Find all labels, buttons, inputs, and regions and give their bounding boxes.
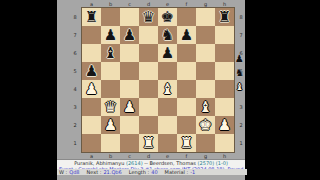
file-label-c: c: [120, 0, 139, 8]
square-b8[interactable]: [101, 8, 120, 26]
black-queen-d8[interactable]: ♛: [142, 8, 155, 26]
bottom-strip: [57, 175, 245, 180]
square-e4[interactable]: ♝: [158, 80, 177, 98]
rank-label-6: 6: [70, 44, 80, 62]
rank-label-4: 4: [70, 80, 80, 98]
white-rating: (2614): [126, 161, 143, 166]
square-b7[interactable]: ♟: [101, 26, 120, 44]
square-d5[interactable]: [139, 62, 158, 80]
square-e2[interactable]: [158, 116, 177, 134]
square-b6[interactable]: ♝: [101, 44, 120, 62]
square-e7[interactable]: ♞: [158, 26, 177, 44]
square-e5[interactable]: [158, 62, 177, 80]
rank-label-3: 3: [236, 98, 246, 116]
square-a7[interactable]: [82, 26, 101, 44]
square-e6[interactable]: ♟: [158, 44, 177, 62]
rank-label-3: 3: [70, 98, 80, 116]
square-g4[interactable]: [196, 80, 215, 98]
white-bishop-g3[interactable]: ♝: [199, 98, 212, 116]
square-b5[interactable]: [101, 62, 120, 80]
square-a4[interactable]: ♟: [82, 80, 101, 98]
square-g7[interactable]: [196, 26, 215, 44]
file-labels-top: abcdefgh: [82, 0, 234, 8]
rank-label-2: 2: [236, 116, 246, 134]
black-pawn-e6[interactable]: ♟: [161, 44, 174, 62]
file-label-h: h: [215, 0, 234, 8]
file-label-b: b: [101, 0, 120, 8]
white-bishop-icon: ♝: [235, 80, 244, 93]
black-pawn-f7[interactable]: ♟: [180, 26, 193, 44]
square-c5[interactable]: [120, 62, 139, 80]
white-king-g2[interactable]: ♚: [199, 116, 212, 134]
square-h8[interactable]: ♜: [215, 8, 234, 26]
square-h5[interactable]: [215, 62, 234, 80]
square-f7[interactable]: ♟: [177, 26, 196, 44]
square-f2[interactable]: [177, 116, 196, 134]
square-e1[interactable]: [158, 134, 177, 152]
file-label-a: a: [82, 0, 101, 8]
square-d2[interactable]: [139, 116, 158, 134]
square-g1[interactable]: [196, 134, 215, 152]
square-c3[interactable]: ♟: [120, 98, 139, 116]
square-f1[interactable]: ♜: [177, 134, 196, 152]
square-f3[interactable]: [177, 98, 196, 116]
square-b1[interactable]: [101, 134, 120, 152]
black-player-name: Beerdsen, Thomas: [149, 161, 196, 166]
rank-label-8: 8: [236, 8, 246, 26]
square-c7[interactable]: ♟: [120, 26, 139, 44]
white-pawn-h2[interactable]: ♟: [218, 116, 231, 134]
square-a3[interactable]: [82, 98, 101, 116]
white-bishop-e4[interactable]: ♝: [161, 80, 174, 98]
square-c6[interactable]: [120, 44, 139, 62]
rank-label-7: 7: [70, 26, 80, 44]
black-knight-e7[interactable]: ♞: [161, 26, 174, 44]
material-tray: ♟♞♝: [234, 52, 245, 93]
square-d1[interactable]: ♜: [139, 134, 158, 152]
square-f4[interactable]: [177, 80, 196, 98]
square-a8[interactable]: ♜: [82, 8, 101, 26]
square-b2[interactable]: ♟: [101, 116, 120, 134]
rank-label-2: 2: [70, 116, 80, 134]
rank-label-1: 1: [70, 134, 80, 152]
square-c1[interactable]: [120, 134, 139, 152]
black-knight-icon: ♞: [235, 66, 244, 79]
file-labels-bottom: abcdefgh: [82, 152, 234, 159]
square-d7[interactable]: [139, 26, 158, 44]
square-d6[interactable]: [139, 44, 158, 62]
black-king-e8[interactable]: ♚: [161, 8, 174, 26]
board-panel: abcdefgh abcdefgh 87654321 87654321 ♜♛♚♜…: [57, 0, 245, 180]
square-f8[interactable]: [177, 8, 196, 26]
square-c8[interactable]: [120, 8, 139, 26]
square-f5[interactable]: [177, 62, 196, 80]
rank-label-1: 1: [236, 134, 246, 152]
black-rook-a8[interactable]: ♜: [85, 8, 98, 26]
square-d3[interactable]: [139, 98, 158, 116]
file-label-e: e: [158, 0, 177, 8]
square-f6[interactable]: [177, 44, 196, 62]
square-a1[interactable]: [82, 134, 101, 152]
game-result: (1-0): [216, 161, 228, 166]
square-g2[interactable]: ♚: [196, 116, 215, 134]
file-label-d: d: [139, 0, 158, 8]
square-h2[interactable]: ♟: [215, 116, 234, 134]
square-d4[interactable]: [139, 80, 158, 98]
black-pawn-b7[interactable]: ♟: [104, 26, 117, 44]
square-e3[interactable]: [158, 98, 177, 116]
players-line: Puranik, Abhimanyu (2614) -- Beerdsen, T…: [57, 161, 245, 166]
square-e8[interactable]: ♚: [158, 8, 177, 26]
square-b4[interactable]: [101, 80, 120, 98]
square-d8[interactable]: ♛: [139, 8, 158, 26]
square-c2[interactable]: [120, 116, 139, 134]
black-bishop-b6[interactable]: ♝: [104, 44, 117, 62]
rank-label-7: 7: [236, 26, 246, 44]
file-label-g: g: [196, 0, 215, 8]
black-pawn-icon: ♟: [235, 52, 244, 65]
rank-label-5: 5: [70, 62, 80, 80]
square-g5[interactable]: [196, 62, 215, 80]
square-g3[interactable]: ♝: [196, 98, 215, 116]
chess-board: ♜♛♚♜♟♟♞♟♝♟♟♟♝♛♟♝♟♚♟♜♜: [82, 8, 234, 152]
square-g6[interactable]: [196, 44, 215, 62]
players-separator: --: [144, 161, 148, 166]
square-h1[interactable]: [215, 134, 234, 152]
white-queen-b3[interactable]: ♛: [104, 98, 117, 116]
white-rook-d1[interactable]: ♜: [142, 134, 155, 152]
white-player-name: Puranik, Abhimanyu: [74, 161, 124, 166]
black-rook-h8[interactable]: ♜: [218, 8, 231, 26]
square-h6[interactable]: [215, 44, 234, 62]
square-a6[interactable]: [82, 44, 101, 62]
white-rook-f1[interactable]: ♜: [180, 134, 193, 152]
file-label-f: f: [177, 0, 196, 8]
chess-diagram: abcdefgh abcdefgh 87654321 87654321 ♜♛♚♜…: [0, 0, 320, 180]
square-h7[interactable]: [215, 26, 234, 44]
white-pawn-c3[interactable]: ♟: [123, 98, 136, 116]
black-rating: (2570): [198, 161, 215, 166]
white-pawn-a4[interactable]: ♟: [85, 80, 98, 98]
square-a5[interactable]: ♟: [82, 62, 101, 80]
black-pawn-c7[interactable]: ♟: [123, 26, 136, 44]
rank-label-8: 8: [70, 8, 80, 26]
white-pawn-b2[interactable]: ♟: [104, 116, 117, 134]
square-h3[interactable]: [215, 98, 234, 116]
rank-labels-left: 87654321: [70, 8, 80, 152]
square-c4[interactable]: [120, 80, 139, 98]
square-b3[interactable]: ♛: [101, 98, 120, 116]
black-pawn-a5[interactable]: ♟: [85, 62, 98, 80]
square-g8[interactable]: [196, 8, 215, 26]
square-a2[interactable]: [82, 116, 101, 134]
square-h4[interactable]: [215, 80, 234, 98]
